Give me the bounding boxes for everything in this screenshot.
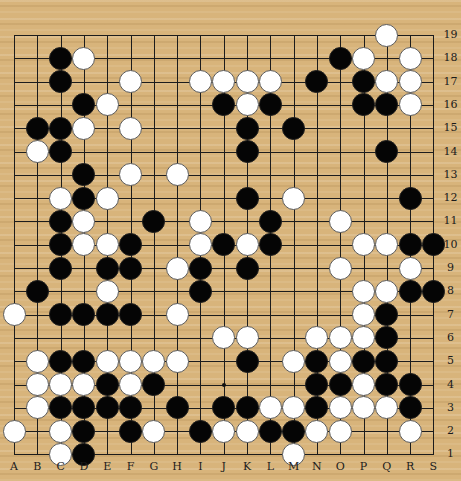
black-stone[interactable] (26, 117, 49, 140)
black-stone[interactable] (282, 117, 305, 140)
black-stone[interactable] (49, 140, 72, 163)
column-label: A (6, 461, 22, 473)
column-label: S (425, 461, 441, 473)
black-stone[interactable] (259, 210, 282, 233)
white-stone[interactable] (212, 420, 235, 443)
row-label: 4 (438, 379, 461, 391)
white-stone[interactable] (49, 373, 72, 396)
black-stone[interactable] (375, 373, 398, 396)
row-label: 7 (438, 309, 461, 321)
white-stone[interactable] (236, 420, 259, 443)
white-stone[interactable] (236, 326, 259, 349)
white-stone[interactable] (96, 350, 119, 373)
white-stone[interactable] (26, 396, 49, 419)
white-stone[interactable] (3, 420, 26, 443)
white-stone[interactable] (375, 280, 398, 303)
column-label: E (99, 461, 115, 473)
white-stone[interactable] (399, 420, 422, 443)
grid-line-vertical (294, 35, 295, 455)
black-stone[interactable] (259, 233, 282, 256)
black-stone[interactable] (236, 117, 259, 140)
white-stone[interactable] (26, 350, 49, 373)
black-stone[interactable] (212, 396, 235, 419)
black-stone[interactable] (399, 396, 422, 419)
black-stone[interactable] (119, 396, 142, 419)
white-stone[interactable] (352, 280, 375, 303)
row-label: 19 (438, 29, 461, 41)
white-stone[interactable] (96, 187, 119, 210)
white-stone[interactable] (399, 47, 422, 70)
white-stone[interactable] (96, 233, 119, 256)
black-stone[interactable] (399, 373, 422, 396)
row-label: 11 (438, 215, 461, 227)
black-stone[interactable] (96, 257, 119, 280)
white-stone[interactable] (375, 396, 398, 419)
black-stone[interactable] (259, 93, 282, 116)
column-label: H (169, 461, 185, 473)
row-label: 10 (438, 239, 461, 251)
row-label: 16 (438, 99, 461, 111)
black-stone[interactable] (375, 326, 398, 349)
white-stone[interactable] (72, 373, 95, 396)
black-stone[interactable] (375, 93, 398, 116)
white-stone[interactable] (259, 70, 282, 93)
column-label: Q (379, 461, 395, 473)
white-stone[interactable] (259, 396, 282, 419)
row-label: 5 (438, 355, 461, 367)
black-stone[interactable] (282, 420, 305, 443)
black-stone[interactable] (375, 140, 398, 163)
black-stone[interactable] (236, 396, 259, 419)
white-stone[interactable] (166, 303, 189, 326)
black-stone[interactable] (72, 93, 95, 116)
black-stone[interactable] (189, 257, 212, 280)
black-stone[interactable] (72, 420, 95, 443)
black-stone[interactable] (352, 350, 375, 373)
white-stone[interactable] (166, 257, 189, 280)
black-stone[interactable] (49, 47, 72, 70)
black-stone[interactable] (236, 187, 259, 210)
white-stone[interactable] (305, 326, 328, 349)
black-stone[interactable] (96, 396, 119, 419)
white-stone[interactable] (119, 373, 142, 396)
white-stone[interactable] (399, 70, 422, 93)
black-stone[interactable] (212, 93, 235, 116)
black-stone[interactable] (236, 140, 259, 163)
white-stone[interactable] (375, 70, 398, 93)
row-label: 2 (438, 425, 461, 437)
black-stone[interactable] (72, 163, 95, 186)
white-stone[interactable] (329, 396, 352, 419)
black-stone[interactable] (189, 280, 212, 303)
go-board: ABCDEFGHIJKLMNOPQRS191817161514131211109… (0, 0, 461, 481)
column-label: K (239, 461, 255, 473)
black-stone[interactable] (305, 373, 328, 396)
white-stone[interactable] (166, 350, 189, 373)
white-stone[interactable] (352, 303, 375, 326)
white-stone[interactable] (189, 233, 212, 256)
column-label: G (146, 461, 162, 473)
white-stone[interactable] (375, 233, 398, 256)
black-stone[interactable] (119, 257, 142, 280)
black-stone[interactable] (49, 350, 72, 373)
white-stone[interactable] (3, 303, 26, 326)
grid-line-horizontal (14, 268, 434, 269)
board-surface[interactable]: ABCDEFGHIJKLMNOPQRS191817161514131211109… (0, 0, 461, 481)
black-stone[interactable] (329, 47, 352, 70)
row-label: 14 (438, 146, 461, 158)
black-stone[interactable] (399, 280, 422, 303)
black-stone[interactable] (72, 303, 95, 326)
black-stone[interactable] (49, 233, 72, 256)
white-stone[interactable] (352, 326, 375, 349)
black-stone[interactable] (305, 350, 328, 373)
black-stone[interactable] (212, 233, 235, 256)
column-label: I (192, 461, 208, 473)
black-stone[interactable] (119, 233, 142, 256)
black-stone[interactable] (236, 257, 259, 280)
white-stone[interactable] (72, 233, 95, 256)
black-stone[interactable] (96, 303, 119, 326)
column-label: O (332, 461, 348, 473)
row-label: 18 (438, 52, 461, 64)
black-stone[interactable] (49, 117, 72, 140)
black-stone[interactable] (259, 420, 282, 443)
white-stone[interactable] (26, 140, 49, 163)
white-stone[interactable] (352, 396, 375, 419)
black-stone[interactable] (305, 70, 328, 93)
white-stone[interactable] (282, 350, 305, 373)
black-stone[interactable] (142, 373, 165, 396)
black-stone[interactable] (189, 420, 212, 443)
white-stone[interactable] (119, 117, 142, 140)
row-label: 6 (438, 332, 461, 344)
row-label: 17 (438, 76, 461, 88)
white-stone[interactable] (352, 233, 375, 256)
white-stone[interactable] (212, 70, 235, 93)
black-stone[interactable] (26, 280, 49, 303)
black-stone[interactable] (142, 210, 165, 233)
black-stone[interactable] (329, 373, 352, 396)
row-label: 8 (438, 285, 461, 297)
star-point (222, 383, 226, 387)
black-stone[interactable] (119, 303, 142, 326)
white-stone[interactable] (119, 163, 142, 186)
white-stone[interactable] (142, 420, 165, 443)
black-stone[interactable] (399, 233, 422, 256)
white-stone[interactable] (399, 93, 422, 116)
column-label: C (53, 461, 69, 473)
black-stone[interactable] (375, 303, 398, 326)
column-label: P (356, 461, 372, 473)
column-label: D (76, 461, 92, 473)
white-stone[interactable] (189, 210, 212, 233)
black-stone[interactable] (72, 187, 95, 210)
row-label: 9 (438, 262, 461, 274)
white-stone[interactable] (189, 70, 212, 93)
black-stone[interactable] (352, 93, 375, 116)
white-stone[interactable] (119, 350, 142, 373)
white-stone[interactable] (329, 326, 352, 349)
black-stone[interactable] (352, 70, 375, 93)
column-label: M (286, 461, 302, 473)
white-stone[interactable] (282, 396, 305, 419)
black-stone[interactable] (96, 373, 119, 396)
white-stone[interactable] (236, 233, 259, 256)
black-stone[interactable] (305, 396, 328, 419)
white-stone[interactable] (329, 420, 352, 443)
black-stone[interactable] (49, 257, 72, 280)
white-stone[interactable] (305, 420, 328, 443)
white-stone[interactable] (236, 70, 259, 93)
white-stone[interactable] (26, 373, 49, 396)
white-stone[interactable] (72, 210, 95, 233)
white-stone[interactable] (96, 280, 119, 303)
black-stone[interactable] (399, 187, 422, 210)
white-stone[interactable] (236, 93, 259, 116)
white-stone[interactable] (96, 93, 119, 116)
black-stone[interactable] (49, 210, 72, 233)
black-stone[interactable] (72, 396, 95, 419)
white-stone[interactable] (212, 326, 235, 349)
row-label: 1 (438, 448, 461, 460)
black-stone[interactable] (236, 350, 259, 373)
column-label: F (123, 461, 139, 473)
white-stone[interactable] (142, 350, 165, 373)
white-stone[interactable] (352, 373, 375, 396)
row-label: 12 (438, 192, 461, 204)
column-label: N (309, 461, 325, 473)
white-stone[interactable] (72, 47, 95, 70)
white-stone[interactable] (49, 420, 72, 443)
row-label: 3 (438, 402, 461, 414)
white-stone[interactable] (329, 257, 352, 280)
black-stone[interactable] (72, 350, 95, 373)
black-stone[interactable] (49, 396, 72, 419)
white-stone[interactable] (119, 70, 142, 93)
black-stone[interactable] (119, 420, 142, 443)
row-label: 15 (438, 122, 461, 134)
black-stone[interactable] (166, 396, 189, 419)
white-stone[interactable] (329, 350, 352, 373)
white-stone[interactable] (49, 187, 72, 210)
black-stone[interactable] (49, 70, 72, 93)
black-stone[interactable] (375, 350, 398, 373)
white-stone[interactable] (375, 24, 398, 47)
column-label: J (216, 461, 232, 473)
white-stone[interactable] (282, 187, 305, 210)
column-label: R (402, 461, 418, 473)
white-stone[interactable] (352, 47, 375, 70)
white-stone[interactable] (329, 210, 352, 233)
white-stone[interactable] (166, 163, 189, 186)
black-stone[interactable] (49, 303, 72, 326)
column-label: B (29, 461, 45, 473)
row-label: 13 (438, 169, 461, 181)
white-stone[interactable] (72, 117, 95, 140)
white-stone[interactable] (399, 257, 422, 280)
column-label: L (262, 461, 278, 473)
